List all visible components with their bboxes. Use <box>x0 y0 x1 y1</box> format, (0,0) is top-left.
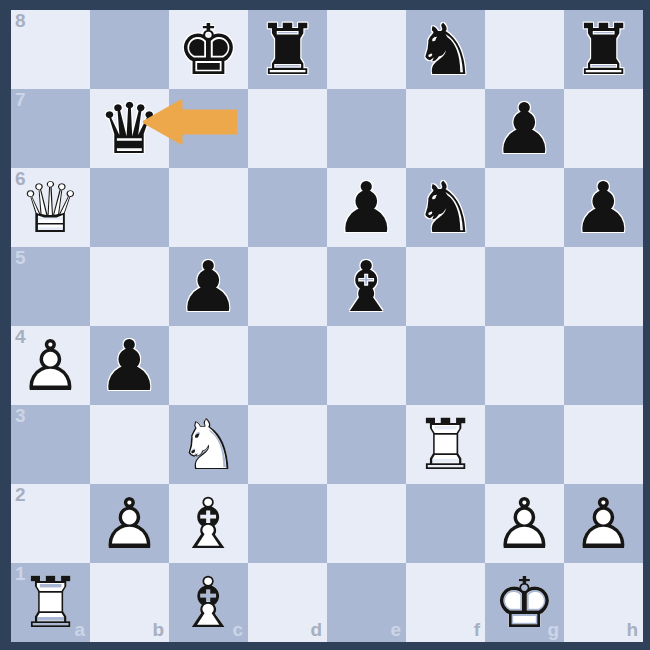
piece-white-bishop[interactable]: ♝♗ <box>169 484 248 563</box>
square-b2[interactable]: ♟♙ <box>90 484 169 563</box>
square-f3[interactable]: ♜♖ <box>406 405 485 484</box>
file-label-f: f <box>474 620 480 641</box>
white-pawn-outline: ♙ <box>485 484 564 563</box>
white-pawn-outline: ♙ <box>564 484 643 563</box>
black-pawn-glyph: ♟ <box>169 247 248 326</box>
square-d8[interactable]: ♜ <box>248 10 327 89</box>
piece-white-pawn[interactable]: ♟♙ <box>11 326 90 405</box>
square-g4[interactable] <box>485 326 564 405</box>
white-pawn-outline: ♙ <box>90 484 169 563</box>
square-a8[interactable]: 8 <box>11 10 90 89</box>
piece-white-pawn[interactable]: ♟♙ <box>564 484 643 563</box>
piece-black-pawn[interactable]: ♟ <box>485 89 564 168</box>
piece-white-knight[interactable]: ♞♘ <box>169 405 248 484</box>
square-b4[interactable]: ♟ <box>90 326 169 405</box>
square-h6[interactable]: ♟ <box>564 168 643 247</box>
square-a5[interactable]: 5 <box>11 247 90 326</box>
piece-black-pawn[interactable]: ♟ <box>327 168 406 247</box>
square-f6[interactable]: ♞ <box>406 168 485 247</box>
square-b6[interactable] <box>90 168 169 247</box>
square-a6[interactable]: 6♛♕ <box>11 168 90 247</box>
square-a7[interactable]: 7 <box>11 89 90 168</box>
piece-white-bishop[interactable]: ♝♗ <box>169 563 248 642</box>
black-rook-glyph: ♜ <box>564 10 643 89</box>
square-g8[interactable] <box>485 10 564 89</box>
square-d2[interactable] <box>248 484 327 563</box>
piece-black-pawn[interactable]: ♟ <box>90 326 169 405</box>
square-c2[interactable]: ♝♗ <box>169 484 248 563</box>
square-h7[interactable] <box>564 89 643 168</box>
white-bishop-outline: ♗ <box>169 563 248 642</box>
square-h2[interactable]: ♟♙ <box>564 484 643 563</box>
piece-black-rook[interactable]: ♜ <box>248 10 327 89</box>
rank-label-3: 3 <box>15 406 26 427</box>
square-f5[interactable] <box>406 247 485 326</box>
rank-label-2: 2 <box>15 485 26 506</box>
square-d5[interactable] <box>248 247 327 326</box>
square-a4[interactable]: 4♟♙ <box>11 326 90 405</box>
square-d3[interactable] <box>248 405 327 484</box>
square-b3[interactable] <box>90 405 169 484</box>
square-d4[interactable] <box>248 326 327 405</box>
square-b1[interactable]: b <box>90 563 169 642</box>
black-bishop-glyph: ♝ <box>327 247 406 326</box>
piece-black-rook[interactable]: ♜ <box>564 10 643 89</box>
square-f8[interactable]: ♞ <box>406 10 485 89</box>
white-rook-outline: ♖ <box>11 563 90 642</box>
square-g1[interactable]: g♚♔ <box>485 563 564 642</box>
piece-white-queen[interactable]: ♛♕ <box>11 168 90 247</box>
black-pawn-glyph: ♟ <box>564 168 643 247</box>
square-h5[interactable] <box>564 247 643 326</box>
square-e1[interactable]: e <box>327 563 406 642</box>
piece-white-rook[interactable]: ♜♖ <box>11 563 90 642</box>
square-g6[interactable] <box>485 168 564 247</box>
piece-white-pawn[interactable]: ♟♙ <box>90 484 169 563</box>
piece-black-knight[interactable]: ♞ <box>406 168 485 247</box>
square-c6[interactable] <box>169 168 248 247</box>
white-queen-outline: ♕ <box>11 168 90 247</box>
file-label-d: d <box>310 620 322 641</box>
rank-label-5: 5 <box>15 248 26 269</box>
square-e2[interactable] <box>327 484 406 563</box>
white-pawn-outline: ♙ <box>11 326 90 405</box>
white-bishop-outline: ♗ <box>169 484 248 563</box>
square-b8[interactable] <box>90 10 169 89</box>
piece-white-pawn[interactable]: ♟♙ <box>485 484 564 563</box>
piece-black-pawn[interactable]: ♟ <box>169 247 248 326</box>
square-g5[interactable] <box>485 247 564 326</box>
file-label-b: b <box>152 620 164 641</box>
move-arrow <box>143 99 237 145</box>
square-f7[interactable] <box>406 89 485 168</box>
black-king-glyph: ♚ <box>169 10 248 89</box>
square-c8[interactable]: ♚ <box>169 10 248 89</box>
piece-white-king[interactable]: ♚♔ <box>485 563 564 642</box>
rank-label-8: 8 <box>15 11 26 32</box>
piece-black-bishop[interactable]: ♝ <box>327 247 406 326</box>
file-label-h: h <box>626 620 638 641</box>
square-d1[interactable]: d <box>248 563 327 642</box>
square-f4[interactable] <box>406 326 485 405</box>
file-label-e: e <box>390 620 401 641</box>
square-g7[interactable]: ♟ <box>485 89 564 168</box>
square-h8[interactable]: ♜ <box>564 10 643 89</box>
square-g2[interactable]: ♟♙ <box>485 484 564 563</box>
black-knight-glyph: ♞ <box>406 10 485 89</box>
square-c4[interactable] <box>169 326 248 405</box>
square-b5[interactable] <box>90 247 169 326</box>
black-rook-glyph: ♜ <box>248 10 327 89</box>
square-e3[interactable] <box>327 405 406 484</box>
square-a2[interactable]: 2 <box>11 484 90 563</box>
rank-label-7: 7 <box>15 90 26 111</box>
square-e7[interactable] <box>327 89 406 168</box>
black-knight-glyph: ♞ <box>406 168 485 247</box>
square-e6[interactable]: ♟ <box>327 168 406 247</box>
black-pawn-glyph: ♟ <box>90 326 169 405</box>
square-a1[interactable]: 1a♜♖ <box>11 563 90 642</box>
chess-board: 8♚♜♞♜7♛♟6♛♕♟♞♟5♟♝4♟♙♟3♞♘♜♖2♟♙♝♗♟♙♟♙1a♜♖b… <box>11 10 643 642</box>
white-king-outline: ♔ <box>485 563 564 642</box>
square-h4[interactable] <box>564 326 643 405</box>
square-e5[interactable]: ♝ <box>327 247 406 326</box>
square-d6[interactable] <box>248 168 327 247</box>
square-g3[interactable] <box>485 405 564 484</box>
square-a3[interactable]: 3 <box>11 405 90 484</box>
white-rook-outline: ♖ <box>406 405 485 484</box>
square-c5[interactable]: ♟ <box>169 247 248 326</box>
piece-black-king[interactable]: ♚ <box>169 10 248 89</box>
piece-white-rook[interactable]: ♜♖ <box>406 405 485 484</box>
white-knight-outline: ♘ <box>169 405 248 484</box>
square-e4[interactable] <box>327 326 406 405</box>
square-f1[interactable]: f <box>406 563 485 642</box>
chess-board-frame: 8♚♜♞♜7♛♟6♛♕♟♞♟5♟♝4♟♙♟3♞♘♜♖2♟♙♝♗♟♙♟♙1a♜♖b… <box>0 0 650 650</box>
square-c1[interactable]: c♝♗ <box>169 563 248 642</box>
black-pawn-glyph: ♟ <box>485 89 564 168</box>
piece-black-pawn[interactable]: ♟ <box>564 168 643 247</box>
piece-black-knight[interactable]: ♞ <box>406 10 485 89</box>
square-f2[interactable] <box>406 484 485 563</box>
square-h1[interactable]: h <box>564 563 643 642</box>
black-pawn-glyph: ♟ <box>327 168 406 247</box>
square-c3[interactable]: ♞♘ <box>169 405 248 484</box>
square-h3[interactable] <box>564 405 643 484</box>
square-e8[interactable] <box>327 10 406 89</box>
square-d7[interactable] <box>248 89 327 168</box>
